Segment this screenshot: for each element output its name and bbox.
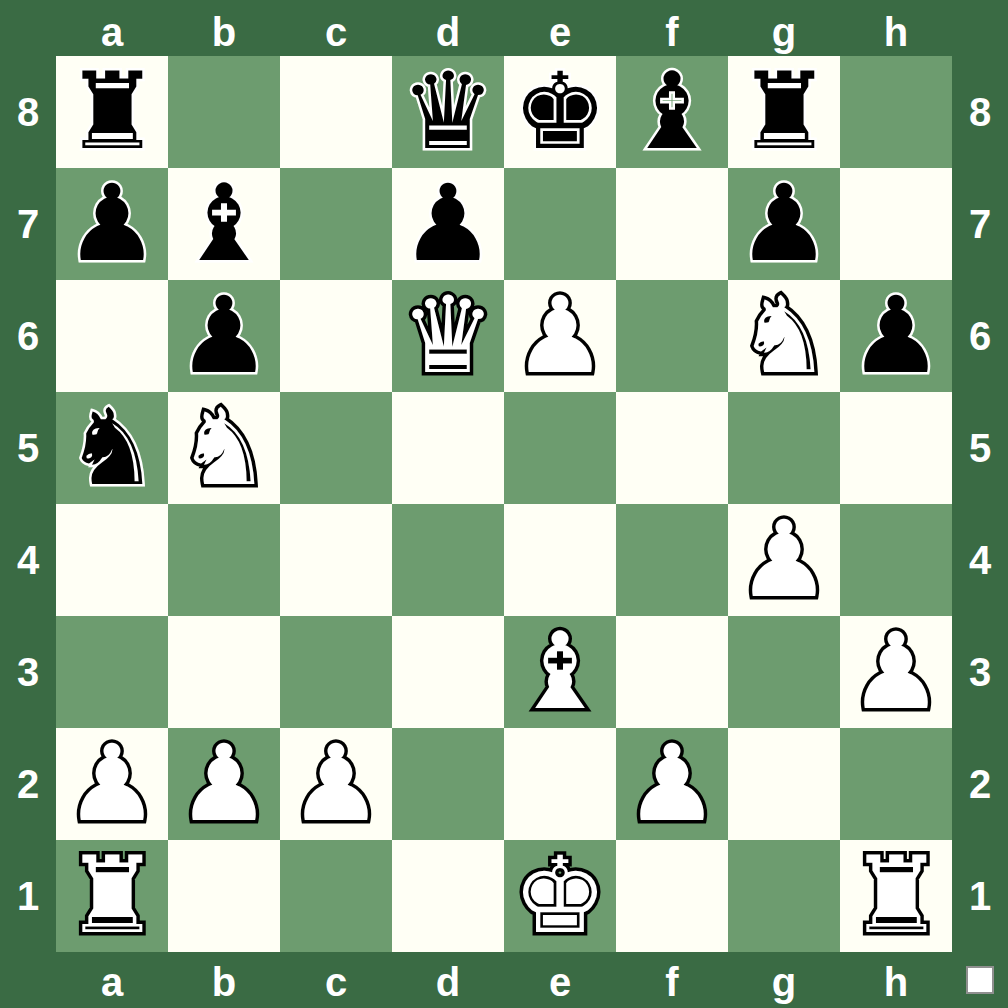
rank-label-left-2: 2: [0, 728, 56, 840]
square-f2[interactable]: ♟♟: [616, 728, 728, 840]
square-e7[interactable]: [504, 168, 616, 280]
piece-white-pawn[interactable]: ♟♟: [616, 728, 728, 840]
square-d7[interactable]: ♟♟: [392, 168, 504, 280]
file-label-top-h: h: [840, 0, 952, 56]
square-c5[interactable]: [280, 392, 392, 504]
square-d3[interactable]: [392, 616, 504, 728]
piece-white-knight[interactable]: ♞♞: [728, 280, 840, 392]
square-h2[interactable]: [840, 728, 952, 840]
rank-label-right-1: 1: [952, 840, 1008, 952]
square-h8[interactable]: [840, 56, 952, 168]
piece-black-pawn[interactable]: ♟♟: [728, 168, 840, 280]
piece-black-bishop[interactable]: ♝♝: [616, 56, 728, 168]
file-label-top-b: b: [168, 0, 280, 56]
square-d1[interactable]: [392, 840, 504, 952]
board: ♜♜♛♛♚♚♝♝♜♜♟♟♝♝♟♟♟♟♟♟♛♛♟♟♞♞♟♟♞♞♞♞♟♟♝♝♟♟♟♟…: [56, 56, 952, 952]
piece-black-queen[interactable]: ♛♛: [392, 56, 504, 168]
piece-glyph-fill: ♞: [56, 392, 168, 504]
square-b3[interactable]: [168, 616, 280, 728]
piece-black-pawn[interactable]: ♟♟: [392, 168, 504, 280]
piece-glyph-fill: ♝: [168, 168, 280, 280]
square-a1[interactable]: ♜♜: [56, 840, 168, 952]
piece-white-queen[interactable]: ♛♛: [392, 280, 504, 392]
piece-glyph-fill: ♟: [56, 168, 168, 280]
piece-glyph-fill: ♚: [504, 56, 616, 168]
piece-white-king[interactable]: ♚♚: [504, 840, 616, 952]
piece-glyph-fill: ♟: [840, 280, 952, 392]
piece-white-knight[interactable]: ♞♞: [168, 392, 280, 504]
square-d4[interactable]: [392, 504, 504, 616]
piece-glyph-fill: ♟: [168, 280, 280, 392]
piece-black-pawn[interactable]: ♟♟: [168, 280, 280, 392]
square-f6[interactable]: [616, 280, 728, 392]
piece-glyph-fill: ♝: [616, 56, 728, 168]
square-d8[interactable]: ♛♛: [392, 56, 504, 168]
piece-glyph-fill: ♜: [728, 56, 840, 168]
piece-glyph-fill: ♝: [504, 616, 616, 728]
piece-black-king[interactable]: ♚♚: [504, 56, 616, 168]
file-label-bottom-g: g: [728, 952, 840, 1008]
rank-label-right-4: 4: [952, 504, 1008, 616]
file-label-top-e: e: [504, 0, 616, 56]
square-h7[interactable]: [840, 168, 952, 280]
piece-glyph-fill: ♟: [280, 728, 392, 840]
file-label-bottom-a: a: [56, 952, 168, 1008]
rank-label-left-7: 7: [0, 168, 56, 280]
square-f4[interactable]: [616, 504, 728, 616]
piece-white-pawn[interactable]: ♟♟: [280, 728, 392, 840]
square-g3[interactable]: [728, 616, 840, 728]
rank-label-left-1: 1: [0, 840, 56, 952]
piece-black-pawn[interactable]: ♟♟: [56, 168, 168, 280]
piece-glyph-fill: ♜: [56, 56, 168, 168]
rank-label-left-6: 6: [0, 280, 56, 392]
square-a5[interactable]: ♞♞: [56, 392, 168, 504]
piece-glyph-fill: ♟: [168, 728, 280, 840]
square-c7[interactable]: [280, 168, 392, 280]
square-b7[interactable]: ♝♝: [168, 168, 280, 280]
square-g4[interactable]: ♟♟: [728, 504, 840, 616]
square-b8[interactable]: [168, 56, 280, 168]
square-e5[interactable]: [504, 392, 616, 504]
square-b1[interactable]: [168, 840, 280, 952]
piece-white-pawn[interactable]: ♟♟: [56, 728, 168, 840]
piece-glyph-fill: ♛: [392, 56, 504, 168]
piece-glyph-fill: ♟: [728, 504, 840, 616]
square-a4[interactable]: [56, 504, 168, 616]
piece-white-pawn[interactable]: ♟♟: [728, 504, 840, 616]
square-a6[interactable]: [56, 280, 168, 392]
square-c3[interactable]: [280, 616, 392, 728]
piece-glyph-fill: ♚: [504, 840, 616, 952]
square-g2[interactable]: [728, 728, 840, 840]
rank-label-right-8: 8: [952, 56, 1008, 168]
piece-black-rook[interactable]: ♜♜: [728, 56, 840, 168]
square-c1[interactable]: [280, 840, 392, 952]
square-h3[interactable]: ♟♟: [840, 616, 952, 728]
square-c4[interactable]: [280, 504, 392, 616]
piece-black-rook[interactable]: ♜♜: [56, 56, 168, 168]
square-g6[interactable]: ♞♞: [728, 280, 840, 392]
square-b6[interactable]: ♟♟: [168, 280, 280, 392]
piece-black-knight[interactable]: ♞♞: [56, 392, 168, 504]
piece-glyph-fill: ♟: [504, 280, 616, 392]
square-e6[interactable]: ♟♟: [504, 280, 616, 392]
square-e2[interactable]: [504, 728, 616, 840]
rank-label-right-3: 3: [952, 616, 1008, 728]
square-e3[interactable]: ♝♝: [504, 616, 616, 728]
file-label-top-f: f: [616, 0, 728, 56]
piece-glyph-fill: ♟: [616, 728, 728, 840]
square-f5[interactable]: [616, 392, 728, 504]
file-label-bottom-c: c: [280, 952, 392, 1008]
piece-glyph-fill: ♞: [168, 392, 280, 504]
piece-white-pawn[interactable]: ♟♟: [168, 728, 280, 840]
piece-white-pawn[interactable]: ♟♟: [504, 280, 616, 392]
piece-black-bishop[interactable]: ♝♝: [168, 168, 280, 280]
piece-black-pawn[interactable]: ♟♟: [840, 280, 952, 392]
rank-label-right-5: 5: [952, 392, 1008, 504]
piece-glyph-fill: ♟: [728, 168, 840, 280]
square-a7[interactable]: ♟♟: [56, 168, 168, 280]
square-f1[interactable]: [616, 840, 728, 952]
rank-label-right-6: 6: [952, 280, 1008, 392]
file-label-bottom-f: f: [616, 952, 728, 1008]
piece-glyph-fill: ♜: [56, 840, 168, 952]
file-label-bottom-h: h: [840, 952, 952, 1008]
square-a2[interactable]: ♟♟: [56, 728, 168, 840]
square-c6[interactable]: [280, 280, 392, 392]
file-label-bottom-b: b: [168, 952, 280, 1008]
file-label-bottom-e: e: [504, 952, 616, 1008]
square-a8[interactable]: ♜♜: [56, 56, 168, 168]
square-g7[interactable]: ♟♟: [728, 168, 840, 280]
square-d6[interactable]: ♛♛: [392, 280, 504, 392]
square-h4[interactable]: [840, 504, 952, 616]
piece-glyph-fill: ♟: [840, 616, 952, 728]
square-e8[interactable]: ♚♚: [504, 56, 616, 168]
file-label-top-g: g: [728, 0, 840, 56]
piece-white-bishop[interactable]: ♝♝: [504, 616, 616, 728]
square-d2[interactable]: [392, 728, 504, 840]
square-h1[interactable]: ♜♜: [840, 840, 952, 952]
side-to-move-indicator: [966, 966, 994, 994]
piece-white-rook[interactable]: ♜♜: [56, 840, 168, 952]
square-g8[interactable]: ♜♜: [728, 56, 840, 168]
piece-glyph-fill: ♜: [840, 840, 952, 952]
file-label-top-c: c: [280, 0, 392, 56]
square-d5[interactable]: [392, 392, 504, 504]
square-h6[interactable]: ♟♟: [840, 280, 952, 392]
square-f8[interactable]: ♝♝: [616, 56, 728, 168]
file-label-top-d: d: [392, 0, 504, 56]
square-f3[interactable]: [616, 616, 728, 728]
rank-label-left-8: 8: [0, 56, 56, 168]
square-c2[interactable]: ♟♟: [280, 728, 392, 840]
piece-white-pawn[interactable]: ♟♟: [840, 616, 952, 728]
piece-glyph-fill: ♟: [56, 728, 168, 840]
square-e4[interactable]: [504, 504, 616, 616]
rank-label-right-7: 7: [952, 168, 1008, 280]
piece-glyph-fill: ♟: [392, 168, 504, 280]
square-f7[interactable]: [616, 168, 728, 280]
square-b2[interactable]: ♟♟: [168, 728, 280, 840]
square-e1[interactable]: ♚♚: [504, 840, 616, 952]
rank-label-left-4: 4: [0, 504, 56, 616]
square-b5[interactable]: ♞♞: [168, 392, 280, 504]
square-b4[interactable]: [168, 504, 280, 616]
rank-label-right-2: 2: [952, 728, 1008, 840]
square-a3[interactable]: [56, 616, 168, 728]
square-h5[interactable]: [840, 392, 952, 504]
piece-white-rook[interactable]: ♜♜: [840, 840, 952, 952]
chess-board-frame: ♜♜♛♛♚♚♝♝♜♜♟♟♝♝♟♟♟♟♟♟♛♛♟♟♞♞♟♟♞♞♞♞♟♟♝♝♟♟♟♟…: [0, 0, 1008, 1008]
square-g5[interactable]: [728, 392, 840, 504]
rank-label-left-3: 3: [0, 616, 56, 728]
file-label-bottom-d: d: [392, 952, 504, 1008]
square-g1[interactable]: [728, 840, 840, 952]
piece-glyph-fill: ♛: [392, 280, 504, 392]
rank-label-left-5: 5: [0, 392, 56, 504]
square-c8[interactable]: [280, 56, 392, 168]
piece-glyph-fill: ♞: [728, 280, 840, 392]
file-label-top-a: a: [56, 0, 168, 56]
